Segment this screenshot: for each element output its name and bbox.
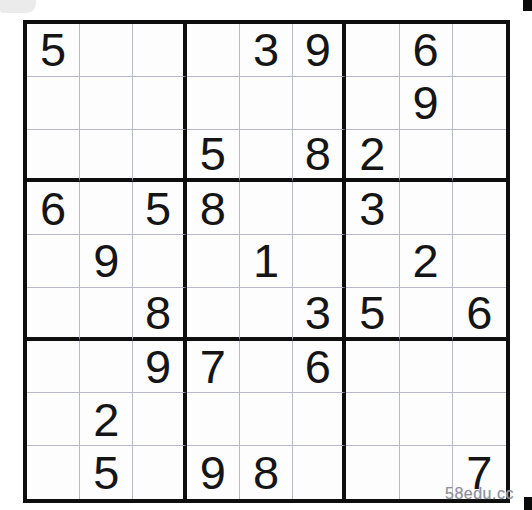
- cell-r5c7: [346, 235, 399, 288]
- cell-r9c3: [133, 446, 186, 499]
- cell-r1c9: [453, 24, 506, 77]
- cell-r4c8: [400, 182, 453, 235]
- cell-r2c8: 9: [400, 77, 453, 130]
- cell-r5c4: [187, 235, 240, 288]
- cell-r4c4: 8: [187, 182, 240, 235]
- cell-r8c5: [240, 393, 293, 446]
- cell-r6c5: [240, 288, 293, 341]
- cell-r6c3: 8: [133, 288, 186, 341]
- cell-r2c6: [293, 77, 346, 130]
- cell-r4c3: 5: [133, 182, 186, 235]
- cell-r8c3: [133, 393, 186, 446]
- cell-r6c7: 5: [346, 288, 399, 341]
- cell-r9c1: [27, 446, 80, 499]
- cell-r1c7: [346, 24, 399, 77]
- cell-r2c4: [187, 77, 240, 130]
- cell-r1c1: 5: [27, 24, 80, 77]
- cell-r8c4: [187, 393, 240, 446]
- cell-r2c7: [346, 77, 399, 130]
- cell-r6c8: [400, 288, 453, 341]
- cell-r3c7: 2: [346, 130, 399, 183]
- cell-r6c2: [80, 288, 133, 341]
- cell-r5c3: [133, 235, 186, 288]
- cell-r5c2: 9: [80, 235, 133, 288]
- cell-r4c2: [80, 182, 133, 235]
- cell-r6c1: [27, 288, 80, 341]
- cell-r7c6: 6: [293, 341, 346, 394]
- cell-r8c8: [400, 393, 453, 446]
- cell-r9c5: 8: [240, 446, 293, 499]
- watermark-text: 58edu.cc: [445, 485, 514, 503]
- cell-r4c7: 3: [346, 182, 399, 235]
- cell-r7c4: 7: [187, 341, 240, 394]
- cell-r8c1: [27, 393, 80, 446]
- cell-r6c9: 6: [453, 288, 506, 341]
- cell-r3c2: [80, 130, 133, 183]
- cell-r8c9: [453, 393, 506, 446]
- cell-r6c6: 3: [293, 288, 346, 341]
- cell-r8c7: [346, 393, 399, 446]
- cell-r4c5: [240, 182, 293, 235]
- cell-r1c5: 3: [240, 24, 293, 77]
- cell-r5c8: 2: [400, 235, 453, 288]
- cell-r1c4: [187, 24, 240, 77]
- cell-r5c1: [27, 235, 80, 288]
- cell-r5c6: [293, 235, 346, 288]
- cell-r4c6: [293, 182, 346, 235]
- cell-r3c8: [400, 130, 453, 183]
- cell-r5c9: [453, 235, 506, 288]
- cell-r2c2: [80, 77, 133, 130]
- cell-r1c6: 9: [293, 24, 346, 77]
- cell-r2c3: [133, 77, 186, 130]
- cell-r7c2: [80, 341, 133, 394]
- cell-r7c3: 9: [133, 341, 186, 394]
- scan-artifact-bottom-right: [524, 497, 532, 510]
- cell-r7c9: [453, 341, 506, 394]
- cell-r1c2: [80, 24, 133, 77]
- cell-r1c3: [133, 24, 186, 77]
- cell-r3c5: [240, 130, 293, 183]
- cell-r7c1: [27, 341, 80, 394]
- scan-artifact-top-left: [0, 0, 36, 13]
- cell-r2c9: [453, 77, 506, 130]
- cell-r5c5: 1: [240, 235, 293, 288]
- cell-r9c7: [346, 446, 399, 499]
- cell-r7c8: [400, 341, 453, 394]
- cell-r8c6: [293, 393, 346, 446]
- cell-r1c8: 6: [400, 24, 453, 77]
- cell-r7c5: [240, 341, 293, 394]
- cell-r6c4: [187, 288, 240, 341]
- cell-r4c1: 6: [27, 182, 80, 235]
- sudoku-board: 539695826583912835697625987: [23, 20, 510, 503]
- cell-r3c1: [27, 130, 80, 183]
- cell-r3c6: 8: [293, 130, 346, 183]
- cell-r9c4: 9: [187, 446, 240, 499]
- cell-r4c9: [453, 182, 506, 235]
- cell-r7c7: [346, 341, 399, 394]
- cell-r3c4: 5: [187, 130, 240, 183]
- cell-r9c6: [293, 446, 346, 499]
- cell-r3c9: [453, 130, 506, 183]
- cell-r2c5: [240, 77, 293, 130]
- scan-artifact-top-right: [523, 0, 532, 11]
- cell-r2c1: [27, 77, 80, 130]
- cell-r9c2: 5: [80, 446, 133, 499]
- cell-r8c2: 2: [80, 393, 133, 446]
- cell-r3c3: [133, 130, 186, 183]
